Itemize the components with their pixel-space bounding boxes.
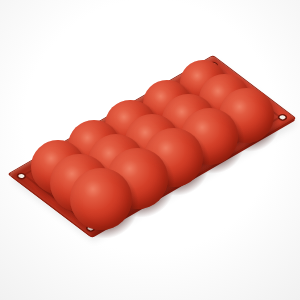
product-photo (0, 0, 300, 300)
